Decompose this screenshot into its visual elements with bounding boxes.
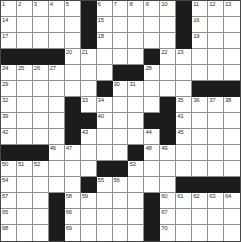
cell-r1c4[interactable]: 4 (49, 1, 65, 17)
cell-r14c11[interactable]: 67 (160, 209, 176, 225)
cell-r1c8[interactable]: 7 (113, 1, 129, 17)
black-cell-r14c4 (49, 209, 65, 225)
clue-number-66: 66 (66, 209, 72, 216)
clue-number-65: 65 (2, 209, 8, 216)
cell-r1c9[interactable]: 8 (128, 1, 144, 17)
clue-number-36: 36 (193, 97, 199, 104)
cell-r5c4[interactable]: 27 (49, 65, 65, 81)
cell-r12c8[interactable]: 56 (113, 177, 129, 193)
cell-r6c12[interactable] (176, 81, 192, 97)
cell-r9c4[interactable] (49, 129, 65, 145)
cell-r9c7[interactable] (97, 129, 113, 145)
cell-r2c11[interactable] (160, 17, 176, 33)
cell-r1c1[interactable]: 1 (1, 1, 17, 17)
cell-r4c6[interactable]: 21 (81, 49, 97, 65)
cell-r10c14[interactable] (208, 145, 224, 161)
cell-r13c6[interactable]: 59 (81, 193, 97, 209)
black-cell-r13c10 (144, 193, 160, 209)
cell-r7c7[interactable]: 34 (97, 97, 113, 113)
cell-r4c15[interactable] (224, 49, 240, 65)
black-cell-r13c4 (49, 193, 65, 209)
cell-r5c12[interactable] (176, 65, 192, 81)
clue-number-70: 70 (161, 225, 167, 232)
black-cell-r12c6 (81, 177, 97, 193)
clue-number-2: 2 (18, 1, 21, 8)
clue-number-42: 42 (2, 129, 8, 136)
black-cell-r4c10 (144, 49, 160, 65)
cell-r6c10[interactable] (144, 81, 160, 97)
cell-r5c15[interactable] (224, 65, 240, 81)
cell-r7c8[interactable] (113, 97, 129, 113)
cell-r15c15[interactable] (224, 225, 240, 241)
cell-r15c11[interactable]: 70 (160, 225, 176, 241)
cell-r9c2[interactable] (17, 129, 33, 145)
cell-r3c10[interactable] (144, 33, 160, 49)
cell-r14c6[interactable] (81, 209, 97, 225)
black-cell-r11c7 (97, 161, 113, 177)
cell-r5c2[interactable]: 25 (17, 65, 33, 81)
cell-r9c1[interactable]: 42 (1, 129, 17, 145)
clue-number-12: 12 (209, 1, 215, 8)
clue-number-46: 46 (50, 145, 56, 152)
cell-r3c7[interactable]: 18 (97, 33, 113, 49)
clue-number-18: 18 (98, 33, 104, 40)
cell-r9c6[interactable]: 43 (81, 129, 97, 145)
clue-number-30: 30 (114, 81, 120, 88)
clue-number-44: 44 (145, 129, 151, 136)
cell-r14c1[interactable]: 65 (1, 209, 17, 225)
cell-r2c15[interactable] (224, 17, 240, 33)
clue-number-3: 3 (34, 1, 37, 8)
clue-number-17: 17 (2, 33, 8, 40)
cell-r8c4[interactable] (49, 113, 65, 129)
cell-r9c9[interactable] (128, 129, 144, 145)
cell-r1c14[interactable]: 12 (208, 1, 224, 17)
cell-r13c7[interactable] (97, 193, 113, 209)
cell-r12c9[interactable] (128, 177, 144, 193)
clue-number-50: 50 (2, 161, 8, 168)
cell-r11c5[interactable] (65, 161, 81, 177)
clue-number-63: 63 (209, 193, 215, 200)
clue-number-34: 34 (98, 97, 104, 104)
clue-number-39: 39 (2, 113, 8, 120)
cell-r2c1[interactable]: 14 (1, 17, 17, 33)
clue-number-31: 31 (129, 81, 135, 88)
cell-r2c5[interactable] (65, 17, 81, 33)
clue-number-28: 28 (145, 65, 151, 72)
black-cell-r12c13 (192, 177, 208, 193)
clue-number-16: 16 (193, 17, 199, 24)
clue-number-38: 38 (225, 97, 231, 104)
clue-number-40: 40 (98, 113, 104, 120)
cell-r14c14[interactable] (208, 209, 224, 225)
black-cell-r8c11 (160, 113, 176, 129)
cell-r11c3[interactable]: 52 (33, 161, 49, 177)
cell-r9c12[interactable]: 45 (176, 129, 192, 145)
black-cell-r6c15 (224, 81, 240, 97)
cell-r14c5[interactable]: 66 (65, 209, 81, 225)
cell-r15c1[interactable]: 68 (1, 225, 17, 241)
black-cell-r6c13 (192, 81, 208, 97)
cell-r10c8[interactable] (113, 145, 129, 161)
cell-r8c1[interactable]: 39 (1, 113, 17, 129)
cell-r9c13[interactable] (192, 129, 208, 145)
cell-r13c9[interactable] (128, 193, 144, 209)
cell-r8c3[interactable] (33, 113, 49, 129)
cell-r10c12[interactable] (176, 145, 192, 161)
black-cell-r4c4 (49, 49, 65, 65)
cell-r2c14[interactable] (208, 17, 224, 33)
black-cell-r7c5 (65, 97, 81, 113)
cell-r3c8[interactable] (113, 33, 129, 49)
cell-r2c13[interactable]: 16 (192, 17, 208, 33)
cell-r5c11[interactable] (160, 65, 176, 81)
black-cell-r10c2 (17, 145, 33, 161)
cell-r1c10[interactable]: 9 (144, 1, 160, 17)
clue-number-56: 56 (114, 177, 120, 184)
clue-number-25: 25 (18, 65, 24, 72)
black-cell-r10c9 (128, 145, 144, 161)
black-cell-r4c2 (17, 49, 33, 65)
black-cell-r15c10 (144, 225, 160, 241)
cell-r11c6[interactable] (81, 161, 97, 177)
cell-r3c5[interactable] (65, 33, 81, 49)
cell-r8c15[interactable] (224, 113, 240, 129)
clue-number-68: 68 (2, 225, 8, 232)
clue-number-33: 33 (82, 97, 88, 104)
black-cell-r1c12 (176, 1, 192, 17)
cell-r3c14[interactable] (208, 33, 224, 49)
cell-r13c13[interactable]: 62 (192, 193, 208, 209)
black-cell-r7c11 (160, 97, 176, 113)
clue-number-22: 22 (161, 49, 167, 56)
cell-r15c8[interactable] (113, 225, 129, 241)
cell-r3c1[interactable]: 17 (1, 33, 17, 49)
black-cell-r4c3 (33, 49, 49, 65)
black-cell-r12c14 (208, 177, 224, 193)
cell-r15c14[interactable] (208, 225, 224, 241)
cell-r13c12[interactable]: 61 (176, 193, 192, 209)
clue-number-1: 1 (2, 1, 5, 8)
cell-r10c4[interactable]: 46 (49, 145, 65, 161)
cell-r2c4[interactable] (49, 17, 65, 33)
cell-r9c10[interactable]: 44 (144, 129, 160, 145)
cell-r12c11[interactable] (160, 177, 176, 193)
cell-r1c15[interactable]: 13 (224, 1, 240, 17)
cell-r5c5[interactable] (65, 65, 81, 81)
cell-r15c7[interactable] (97, 225, 113, 241)
cell-r12c1[interactable]: 54 (1, 177, 17, 193)
cell-r13c11[interactable]: 60 (160, 193, 176, 209)
cell-r1c11[interactable]: 10 (160, 1, 176, 17)
cell-r7c1[interactable]: 32 (1, 97, 17, 113)
cell-r6c11[interactable] (160, 81, 176, 97)
black-cell-r9c11 (160, 129, 176, 145)
cell-r8c14[interactable] (208, 113, 224, 129)
cell-r12c4[interactable] (49, 177, 65, 193)
cell-r9c3[interactable] (33, 129, 49, 145)
black-cell-r10c1 (1, 145, 17, 161)
cell-r3c9[interactable] (128, 33, 144, 49)
cell-r1c13[interactable]: 11 (192, 1, 208, 17)
clue-number-9: 9 (145, 1, 148, 8)
black-cell-r10c3 (33, 145, 49, 161)
cell-r7c15[interactable]: 38 (224, 97, 240, 113)
cell-r10c11[interactable]: 49 (160, 145, 176, 161)
cell-r14c9[interactable] (128, 209, 144, 225)
cell-r10c6[interactable] (81, 145, 97, 161)
cell-r10c7[interactable] (97, 145, 113, 161)
cell-r6c9[interactable]: 31 (128, 81, 144, 97)
clue-number-21: 21 (82, 49, 88, 56)
cell-r3c13[interactable]: 19 (192, 33, 208, 49)
cell-r1c3[interactable]: 3 (33, 1, 49, 17)
clue-number-35: 35 (177, 97, 183, 104)
cell-r6c6[interactable] (81, 81, 97, 97)
cell-r11c13[interactable] (192, 161, 208, 177)
cell-r5c14[interactable] (208, 65, 224, 81)
cell-r14c7[interactable] (97, 209, 113, 225)
cell-r2c9[interactable] (128, 17, 144, 33)
cell-r6c5[interactable] (65, 81, 81, 97)
cell-r14c3[interactable] (33, 209, 49, 225)
clue-number-43: 43 (82, 129, 88, 136)
cell-r3c2[interactable] (17, 33, 33, 49)
clue-number-37: 37 (209, 97, 215, 104)
cell-r10c5[interactable]: 47 (65, 145, 81, 161)
black-cell-r3c12 (176, 33, 192, 49)
cell-r11c1[interactable]: 50 (1, 161, 17, 177)
cell-r7c14[interactable]: 37 (208, 97, 224, 113)
clue-number-14: 14 (2, 17, 8, 24)
cell-r2c3[interactable] (33, 17, 49, 33)
black-cell-r8c5 (65, 113, 81, 129)
clue-number-13: 13 (225, 1, 231, 8)
clue-number-48: 48 (145, 145, 151, 152)
cell-r13c8[interactable] (113, 193, 129, 209)
black-cell-r6c7 (97, 81, 113, 97)
cell-r2c10[interactable] (144, 17, 160, 33)
cell-r11c10[interactable] (144, 161, 160, 177)
cell-r12c10[interactable] (144, 177, 160, 193)
cell-r8c7[interactable]: 40 (97, 113, 113, 129)
cell-r5c7[interactable] (97, 65, 113, 81)
clue-number-19: 19 (193, 33, 199, 40)
cell-r7c3[interactable] (33, 97, 49, 113)
clue-number-32: 32 (2, 97, 8, 104)
cell-r12c7[interactable]: 55 (97, 177, 113, 193)
clue-number-60: 60 (161, 193, 167, 200)
cell-r8c12[interactable]: 41 (176, 113, 192, 129)
cell-r4c5[interactable]: 20 (65, 49, 81, 65)
clue-number-49: 49 (161, 145, 167, 152)
cell-r11c14[interactable] (208, 161, 224, 177)
cell-r6c2[interactable] (17, 81, 33, 97)
cell-r13c1[interactable]: 57 (1, 193, 17, 209)
cell-r7c13[interactable]: 36 (192, 97, 208, 113)
clue-number-23: 23 (177, 49, 183, 56)
cell-r7c10[interactable] (144, 97, 160, 113)
cell-r5c10[interactable]: 28 (144, 65, 160, 81)
cell-r7c6[interactable]: 33 (81, 97, 97, 113)
clue-number-67: 67 (161, 209, 167, 216)
cell-r5c1[interactable]: 24 (1, 65, 17, 81)
cell-r1c5[interactable]: 5 (65, 1, 81, 17)
cell-r4c11[interactable]: 22 (160, 49, 176, 65)
clue-number-45: 45 (177, 129, 183, 136)
cell-r10c10[interactable]: 48 (144, 145, 160, 161)
clue-number-4: 4 (50, 1, 53, 8)
crossword-grid: 1234567891011121314151617181920212223242… (0, 0, 241, 242)
black-cell-r6c14 (208, 81, 224, 97)
clue-number-10: 10 (161, 1, 167, 8)
clue-number-41: 41 (177, 113, 183, 120)
black-cell-r4c1 (1, 49, 17, 65)
cell-r7c9[interactable] (128, 97, 144, 113)
clue-number-29: 29 (2, 81, 8, 88)
cell-r15c9[interactable] (128, 225, 144, 241)
black-cell-r8c6 (81, 113, 97, 129)
cell-r14c15[interactable] (224, 209, 240, 225)
clue-number-51: 51 (18, 161, 24, 168)
cell-r4c9[interactable] (128, 49, 144, 65)
black-cell-r3c6 (81, 33, 97, 49)
black-cell-r12c12 (176, 177, 192, 193)
cell-r14c8[interactable] (113, 209, 129, 225)
clue-number-61: 61 (177, 193, 183, 200)
cell-r11c9[interactable]: 53 (128, 161, 144, 177)
black-cell-r2c12 (176, 17, 192, 33)
cell-r8c2[interactable] (17, 113, 33, 129)
cell-r8c9[interactable] (128, 113, 144, 129)
clue-number-26: 26 (34, 65, 40, 72)
clue-number-7: 7 (114, 1, 117, 8)
clue-number-62: 62 (193, 193, 199, 200)
clue-number-24: 24 (2, 65, 8, 72)
cell-r15c2[interactable] (17, 225, 33, 241)
cell-r11c2[interactable]: 51 (17, 161, 33, 177)
clue-number-53: 53 (129, 161, 135, 168)
clue-number-5: 5 (66, 1, 69, 8)
cell-r9c14[interactable] (208, 129, 224, 145)
cell-r4c13[interactable] (192, 49, 208, 65)
cell-r14c2[interactable] (17, 209, 33, 225)
cell-r15c3[interactable] (33, 225, 49, 241)
cell-r4c14[interactable] (208, 49, 224, 65)
cell-r5c3[interactable]: 26 (33, 65, 49, 81)
cell-r9c15[interactable] (224, 129, 240, 145)
black-cell-r14c10 (144, 209, 160, 225)
cell-r6c8[interactable]: 30 (113, 81, 129, 97)
clue-number-11: 11 (193, 1, 199, 8)
cell-r13c3[interactable] (33, 193, 49, 209)
cell-r7c4[interactable] (49, 97, 65, 113)
cell-r15c12[interactable] (176, 225, 192, 241)
cell-r15c5[interactable]: 69 (65, 225, 81, 241)
black-cell-r5c9 (128, 65, 144, 81)
cell-r12c5[interactable] (65, 177, 81, 193)
cell-r11c11[interactable] (160, 161, 176, 177)
cell-r10c13[interactable] (192, 145, 208, 161)
cell-r8c13[interactable] (192, 113, 208, 129)
cell-r13c15[interactable]: 64 (224, 193, 240, 209)
cell-r12c3[interactable] (33, 177, 49, 193)
cell-r13c5[interactable]: 58 (65, 193, 81, 209)
black-cell-r1c6 (81, 1, 97, 17)
cell-r11c12[interactable] (176, 161, 192, 177)
cell-r3c3[interactable] (33, 33, 49, 49)
cell-r4c7[interactable] (97, 49, 113, 65)
cell-r2c8[interactable] (113, 17, 129, 33)
clue-number-55: 55 (98, 177, 104, 184)
black-cell-r9c5 (65, 129, 81, 145)
clue-number-6: 6 (98, 1, 101, 8)
black-cell-r12c15 (224, 177, 240, 193)
cell-r3c4[interactable] (49, 33, 65, 49)
clue-number-64: 64 (225, 193, 231, 200)
cell-r15c6[interactable] (81, 225, 97, 241)
cell-r4c12[interactable]: 23 (176, 49, 192, 65)
cell-r13c14[interactable]: 63 (208, 193, 224, 209)
cell-r11c15[interactable] (224, 161, 240, 177)
cell-r8c8[interactable] (113, 113, 129, 129)
cell-r3c15[interactable] (224, 33, 240, 49)
cell-r3c11[interactable] (160, 33, 176, 49)
clue-number-27: 27 (50, 65, 56, 72)
black-cell-r8c10 (144, 113, 160, 129)
clue-number-69: 69 (66, 225, 72, 232)
cell-r5c6[interactable] (81, 65, 97, 81)
cell-r2c7[interactable]: 15 (97, 17, 113, 33)
clue-number-8: 8 (129, 1, 132, 8)
cell-r6c4[interactable] (49, 81, 65, 97)
clue-number-47: 47 (66, 145, 72, 152)
black-cell-r5c8 (113, 65, 129, 81)
cell-r12c2[interactable] (17, 177, 33, 193)
cell-r7c2[interactable] (17, 97, 33, 113)
black-cell-r2c6 (81, 17, 97, 33)
clue-number-58: 58 (66, 193, 72, 200)
clue-number-52: 52 (34, 161, 40, 168)
cell-r9c8[interactable] (113, 129, 129, 145)
cell-r14c13[interactable] (192, 209, 208, 225)
cell-r11c4[interactable] (49, 161, 65, 177)
cell-r10c15[interactable] (224, 145, 240, 161)
cell-r7c12[interactable]: 35 (176, 97, 192, 113)
cell-r1c2[interactable]: 2 (17, 1, 33, 17)
cell-r6c1[interactable]: 29 (1, 81, 17, 97)
cell-r6c3[interactable] (33, 81, 49, 97)
cell-r4c8[interactable] (113, 49, 129, 65)
cell-r1c7[interactable]: 6 (97, 1, 113, 17)
clue-number-54: 54 (2, 177, 8, 184)
cell-r13c2[interactable] (17, 193, 33, 209)
clue-number-20: 20 (66, 49, 72, 56)
black-cell-r15c4 (49, 225, 65, 241)
cell-r14c12[interactable] (176, 209, 192, 225)
clue-number-59: 59 (82, 193, 88, 200)
cell-r5c13[interactable] (192, 65, 208, 81)
cell-r2c2[interactable] (17, 17, 33, 33)
clue-number-15: 15 (98, 17, 104, 24)
clue-number-57: 57 (2, 193, 8, 200)
black-cell-r11c8 (113, 161, 129, 177)
cell-r15c13[interactable] (192, 225, 208, 241)
